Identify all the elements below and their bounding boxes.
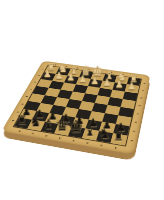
square-r3c8[interactable] — [123, 91, 138, 101]
square-r8c8[interactable]: ♜ — [110, 133, 127, 145]
piece-black-bishop[interactable]: ♝ — [42, 118, 54, 131]
piece-black-bishop[interactable]: ♝ — [84, 124, 96, 137]
piece-black-rook[interactable]: ♜ — [113, 130, 124, 142]
square-r8c7[interactable]: ♞ — [96, 131, 113, 143]
square-r5c7[interactable] — [105, 105, 121, 115]
piece-black-knight[interactable]: ♞ — [98, 127, 110, 140]
board-grid: ♜♞♝♛♚♝♞♜♟♟♟♟♟♟♟♟♟♟♟♟♟♟♟♟♜♞♝♛♚♝♞♜ — [13, 65, 142, 146]
piece-black-knight[interactable]: ♞ — [29, 115, 41, 128]
piece-black-queen[interactable]: ♛ — [55, 118, 69, 133]
piece-black-king[interactable]: ♚ — [68, 119, 83, 136]
piece-white-pawn[interactable]: ♟ — [115, 80, 124, 90]
piece-white-pawn[interactable]: ♟ — [127, 82, 136, 92]
square-r4c3[interactable] — [57, 90, 73, 99]
chess-board-scene: ♜♞♝♛♚♝♞♜♟♟♟♟♟♟♟♟♟♟♟♟♟♟♟♟♜♞♝♛♚♝♞♜ — [0, 26, 164, 176]
chess-board: ♜♞♝♛♚♝♞♜♟♟♟♟♟♟♟♟♟♟♟♟♟♟♟♟♜♞♝♛♚♝♞♜ — [1, 61, 150, 155]
piece-black-rook[interactable]: ♜ — [16, 114, 27, 126]
piece-white-pawn[interactable]: ♟ — [78, 75, 87, 84]
product-photo-chess-set: { "game": "chess", "scene": "wooden trav… — [0, 0, 164, 200]
piece-white-pawn[interactable]: ♟ — [102, 78, 111, 88]
piece-white-pawn[interactable]: ♟ — [90, 76, 99, 86]
piece-white-pawn[interactable]: ♟ — [55, 71, 63, 80]
square-r8c5[interactable]: ♚ — [68, 126, 85, 138]
piece-white-pawn[interactable]: ♟ — [66, 73, 74, 82]
square-r5c2[interactable] — [41, 95, 57, 105]
piece-white-pawn[interactable]: ♟ — [43, 70, 51, 79]
